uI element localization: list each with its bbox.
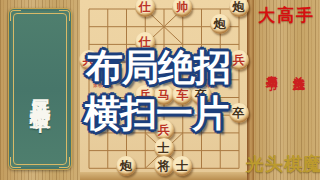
thumbnail-stage: 象棋教练 象棋教练 仕帅炮炮仕兵兵兵马车卒卒兵士炮将士 ✦ 屏风马右横车 布局绝…	[0, 0, 320, 180]
plaque-corner-ornament	[10, 10, 21, 21]
piece-char: 士	[176, 160, 188, 172]
vertical-text-follow: 关注主播	[290, 66, 307, 70]
piece-red-兵[interactable]: 兵	[229, 50, 249, 70]
piece-black-士[interactable]: 士	[172, 156, 192, 176]
piece-black-炮[interactable]: 炮	[210, 14, 230, 34]
master-badge: 大高手	[258, 4, 318, 27]
piece-black-炮[interactable]: 炮	[229, 0, 249, 17]
opening-name-text: 屏风马右横车	[26, 83, 54, 95]
vertical-text-study: 布局学习	[263, 66, 280, 70]
piece-black-将[interactable]: 将	[154, 156, 174, 176]
piece-char: 兵	[233, 54, 245, 66]
piece-char: 帅	[176, 1, 188, 13]
plaque-corner-ornament	[59, 157, 70, 168]
piece-char: 炮	[120, 160, 132, 172]
piece-black-炮[interactable]: 炮	[116, 156, 136, 176]
plaque-corner-ornament	[10, 157, 21, 168]
piece-char: 士	[158, 142, 170, 154]
piece-char: 将	[158, 160, 170, 172]
plaque-corner-ornament	[59, 10, 70, 21]
channel-name: 光头棋魔	[246, 152, 320, 176]
piece-char: 仕	[139, 1, 151, 13]
opening-name-plaque: 屏风马右横车	[8, 8, 72, 170]
caption-line1: 布局绝招	[86, 49, 230, 86]
piece-char: 炮	[214, 18, 226, 30]
piece-char: 卒	[233, 107, 245, 119]
piece-red-仕[interactable]: 仕	[135, 0, 155, 17]
caption-line2: 横扫一片	[84, 95, 228, 132]
piece-black-卒[interactable]: 卒	[229, 103, 249, 123]
piece-char: 炮	[233, 1, 245, 13]
